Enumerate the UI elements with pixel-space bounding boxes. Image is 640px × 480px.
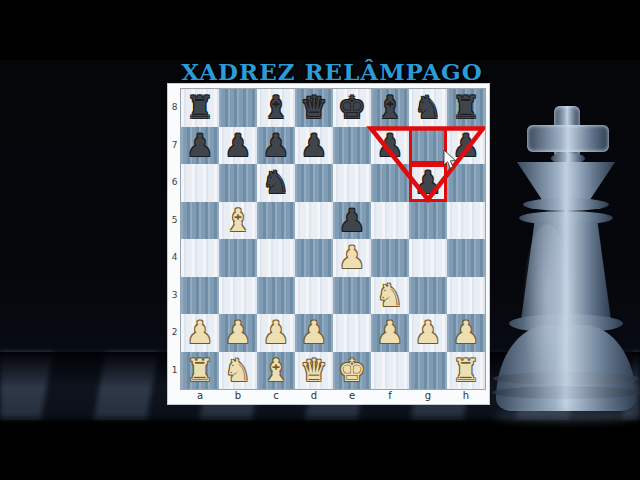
rank-label-8: 8: [168, 89, 181, 127]
white-rook-h1: ♜: [447, 352, 485, 390]
square-e7[interactable]: [333, 127, 371, 165]
file-label-f: f: [371, 389, 409, 404]
white-queen-d1: ♛: [295, 352, 333, 390]
glass-king-sheen: [522, 224, 572, 404]
square-e3[interactable]: [333, 277, 371, 315]
square-b8[interactable]: [219, 89, 257, 127]
square-a1[interactable]: ♜: [181, 352, 219, 390]
square-b5[interactable]: ♝: [219, 202, 257, 240]
square-e8[interactable]: ♚: [333, 89, 371, 127]
black-pawn-b7: ♟: [219, 127, 257, 165]
square-g5[interactable]: [409, 202, 447, 240]
square-h2[interactable]: ♟: [447, 314, 485, 352]
white-knight-b1: ♞: [219, 352, 257, 390]
rank-label-5: 5: [168, 202, 181, 240]
file-label-d: d: [295, 389, 333, 404]
black-bishop-f8: ♝: [371, 89, 409, 127]
rank-labels: 87654321: [168, 89, 181, 389]
white-bishop-c1: ♝: [257, 352, 295, 390]
rank-label-3: 3: [168, 277, 181, 315]
white-bishop-b5: ♝: [219, 202, 257, 240]
file-label-b: b: [219, 389, 257, 404]
black-pawn-a7: ♟: [181, 127, 219, 165]
square-f2[interactable]: ♟: [371, 314, 409, 352]
square-e1[interactable]: ♚: [333, 352, 371, 390]
square-d5[interactable]: [295, 202, 333, 240]
black-pawn-h7: ♟: [447, 127, 485, 165]
square-f5[interactable]: [371, 202, 409, 240]
board-area: 87654321 ♜♝♛♚♝♞♜♟♟♟♟♟♟♞♟♝♟♟♞♟♟♟♟♟♟♟♜♞♝♛♚…: [181, 89, 485, 389]
white-pawn-a2: ♟: [181, 314, 219, 352]
square-e2[interactable]: [333, 314, 371, 352]
file-label-e: e: [333, 389, 371, 404]
square-c6[interactable]: ♞: [257, 164, 295, 202]
white-rook-a1: ♜: [181, 352, 219, 390]
square-d8[interactable]: ♛: [295, 89, 333, 127]
glass-king-cross-bar: [527, 125, 609, 152]
square-g2[interactable]: ♟: [409, 314, 447, 352]
square-c2[interactable]: ♟: [257, 314, 295, 352]
white-pawn-g2: ♟: [409, 314, 447, 352]
black-pawn-e5: ♟: [333, 202, 371, 240]
square-c8[interactable]: ♝: [257, 89, 295, 127]
square-d4[interactable]: [295, 239, 333, 277]
square-h3[interactable]: [447, 277, 485, 315]
video-title: XADREZ RELÂMPAGO: [158, 58, 506, 85]
black-king-e8: ♚: [333, 89, 371, 127]
square-a7[interactable]: ♟: [181, 127, 219, 165]
square-a3[interactable]: [181, 277, 219, 315]
square-f7[interactable]: ♟: [371, 127, 409, 165]
square-b1[interactable]: ♞: [219, 352, 257, 390]
glass-king-head: [517, 162, 615, 202]
black-knight-g8: ♞: [409, 89, 447, 127]
square-a4[interactable]: [181, 239, 219, 277]
file-label-a: a: [181, 389, 219, 404]
black-pawn-f7: ♟: [371, 127, 409, 165]
square-h7[interactable]: ♟: [447, 127, 485, 165]
white-pawn-e4: ♟: [333, 239, 371, 277]
square-f3[interactable]: ♞: [371, 277, 409, 315]
black-knight-c6: ♞: [257, 164, 295, 202]
file-label-c: c: [257, 389, 295, 404]
square-e6[interactable]: [333, 164, 371, 202]
rank-label-2: 2: [168, 314, 181, 352]
square-h8[interactable]: ♜: [447, 89, 485, 127]
rank-label-1: 1: [168, 352, 181, 390]
square-c7[interactable]: ♟: [257, 127, 295, 165]
white-king-e1: ♚: [333, 352, 371, 390]
square-h4[interactable]: [447, 239, 485, 277]
square-d2[interactable]: ♟: [295, 314, 333, 352]
rank-label-4: 4: [168, 239, 181, 277]
square-b6[interactable]: [219, 164, 257, 202]
video-frame: { "title": "XADREZ RELÂMPAGO", "game": "…: [0, 0, 640, 480]
square-d7[interactable]: ♟: [295, 127, 333, 165]
black-pawn-c7: ♟: [257, 127, 295, 165]
square-c3[interactable]: [257, 277, 295, 315]
square-d3[interactable]: [295, 277, 333, 315]
white-knight-f3: ♞: [371, 277, 409, 315]
square-h1[interactable]: ♜: [447, 352, 485, 390]
square-a6[interactable]: [181, 164, 219, 202]
black-pawn-g6: ♟: [409, 164, 447, 202]
square-b2[interactable]: ♟: [219, 314, 257, 352]
black-rook-h8: ♜: [447, 89, 485, 127]
square-a2[interactable]: ♟: [181, 314, 219, 352]
square-d1[interactable]: ♛: [295, 352, 333, 390]
square-a5[interactable]: [181, 202, 219, 240]
square-f1[interactable]: [371, 352, 409, 390]
square-h5[interactable]: [447, 202, 485, 240]
square-g3[interactable]: [409, 277, 447, 315]
black-rook-a8: ♜: [181, 89, 219, 127]
square-g6[interactable]: ♟: [409, 164, 447, 202]
square-f4[interactable]: [371, 239, 409, 277]
square-c4[interactable]: [257, 239, 295, 277]
white-pawn-b2: ♟: [219, 314, 257, 352]
square-f8[interactable]: ♝: [371, 89, 409, 127]
white-pawn-f2: ♟: [371, 314, 409, 352]
white-pawn-h2: ♟: [447, 314, 485, 352]
square-g7[interactable]: [409, 127, 447, 165]
square-c5[interactable]: [257, 202, 295, 240]
black-queen-d8: ♛: [295, 89, 333, 127]
glass-king-base-ring: [493, 372, 639, 385]
square-c1[interactable]: ♝: [257, 352, 295, 390]
glass-king-collar-ring: [523, 198, 609, 211]
square-a8[interactable]: ♜: [181, 89, 219, 127]
square-g4[interactable]: [409, 239, 447, 277]
glass-king-photo: [492, 104, 640, 420]
glass-king-reflection: [494, 410, 638, 422]
square-e5[interactable]: ♟: [333, 202, 371, 240]
square-h6[interactable]: [447, 164, 485, 202]
square-b3[interactable]: [219, 277, 257, 315]
square-g1[interactable]: [409, 352, 447, 390]
board: ♜♝♛♚♝♞♜♟♟♟♟♟♟♞♟♝♟♟♞♟♟♟♟♟♟♟♜♞♝♛♚♜: [181, 89, 485, 389]
black-pawn-d7: ♟: [295, 127, 333, 165]
black-bishop-c8: ♝: [257, 89, 295, 127]
square-f6[interactable]: [371, 164, 409, 202]
square-b4[interactable]: [219, 239, 257, 277]
chess-diagram-panel: 87654321 ♜♝♛♚♝♞♜♟♟♟♟♟♟♞♟♝♟♟♞♟♟♟♟♟♟♟♜♞♝♛♚…: [168, 84, 489, 404]
white-pawn-c2: ♟: [257, 314, 295, 352]
square-d6[interactable]: [295, 164, 333, 202]
file-label-h: h: [447, 389, 485, 404]
glass-king-base-ring: [492, 386, 640, 399]
file-label-g: g: [409, 389, 447, 404]
square-b7[interactable]: ♟: [219, 127, 257, 165]
square-e4[interactable]: ♟: [333, 239, 371, 277]
square-g8[interactable]: ♞: [409, 89, 447, 127]
rank-label-7: 7: [168, 127, 181, 165]
white-pawn-d2: ♟: [295, 314, 333, 352]
file-labels: abcdefgh: [181, 389, 485, 404]
rank-label-6: 6: [168, 164, 181, 202]
